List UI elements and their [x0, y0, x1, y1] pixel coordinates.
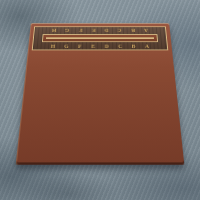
- file-label: C: [113, 42, 127, 49]
- file-label: A: [140, 42, 154, 49]
- inlay-line-outer: HGFEDCBA HGFEDCBA 12345678 12345678: [32, 26, 169, 50]
- photo-background: HGFEDCBA HGFEDCBA 12345678 12345678: [0, 0, 200, 200]
- file-label: B: [126, 27, 139, 34]
- inlay-line-inner: [46, 37, 154, 39]
- coordinate-frame: HGFEDCBA HGFEDCBA 12345678 12345678: [33, 27, 167, 49]
- file-label: G: [60, 27, 73, 34]
- board-outer-bevel: HGFEDCBA HGFEDCBA 12345678 12345678: [16, 23, 185, 164]
- chess-board: HGFEDCBA HGFEDCBA 12345678 12345678: [16, 23, 185, 164]
- file-label: D: [100, 27, 113, 34]
- file-labels-bottom: HGFEDCBA: [46, 42, 154, 49]
- board-shadow-wrapper: HGFEDCBA HGFEDCBA 12345678 12345678: [24, 11, 176, 163]
- file-label: F: [73, 42, 87, 49]
- file-labels-top: HGFEDCBA: [47, 27, 152, 34]
- inlay-line-middle: [42, 34, 158, 42]
- file-label: H: [46, 42, 60, 49]
- file-label: E: [87, 27, 100, 34]
- frame-red-band: [43, 35, 157, 41]
- file-label: F: [74, 27, 87, 34]
- file-label: C: [113, 27, 126, 34]
- file-label: G: [60, 42, 74, 49]
- file-label: H: [47, 27, 61, 34]
- file-label: B: [127, 42, 141, 49]
- file-label: A: [139, 27, 153, 34]
- file-label: E: [87, 42, 100, 49]
- file-label: D: [100, 42, 113, 49]
